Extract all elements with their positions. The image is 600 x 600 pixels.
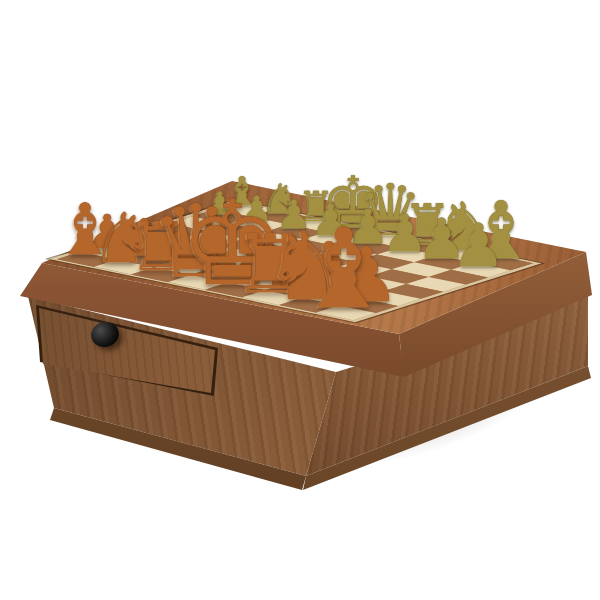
piece-white-bishop-h1[interactable]: ♝ xyxy=(294,213,393,323)
piece-black-pawn-h7[interactable]: ♟ xyxy=(452,215,505,275)
pieces-layer: ♝♞♜♚♛♜♞♝♟♟♟♟♟♟♟♟♟♟♟♟♟♟♟♟♝♞♜♛♚♜♞♝ xyxy=(0,0,600,600)
chess-set-scene: ♝♞♜♚♛♜♞♝♟♟♟♟♟♟♟♟♟♟♟♟♟♟♟♟♝♞♜♛♚♜♞♝ xyxy=(0,0,600,600)
